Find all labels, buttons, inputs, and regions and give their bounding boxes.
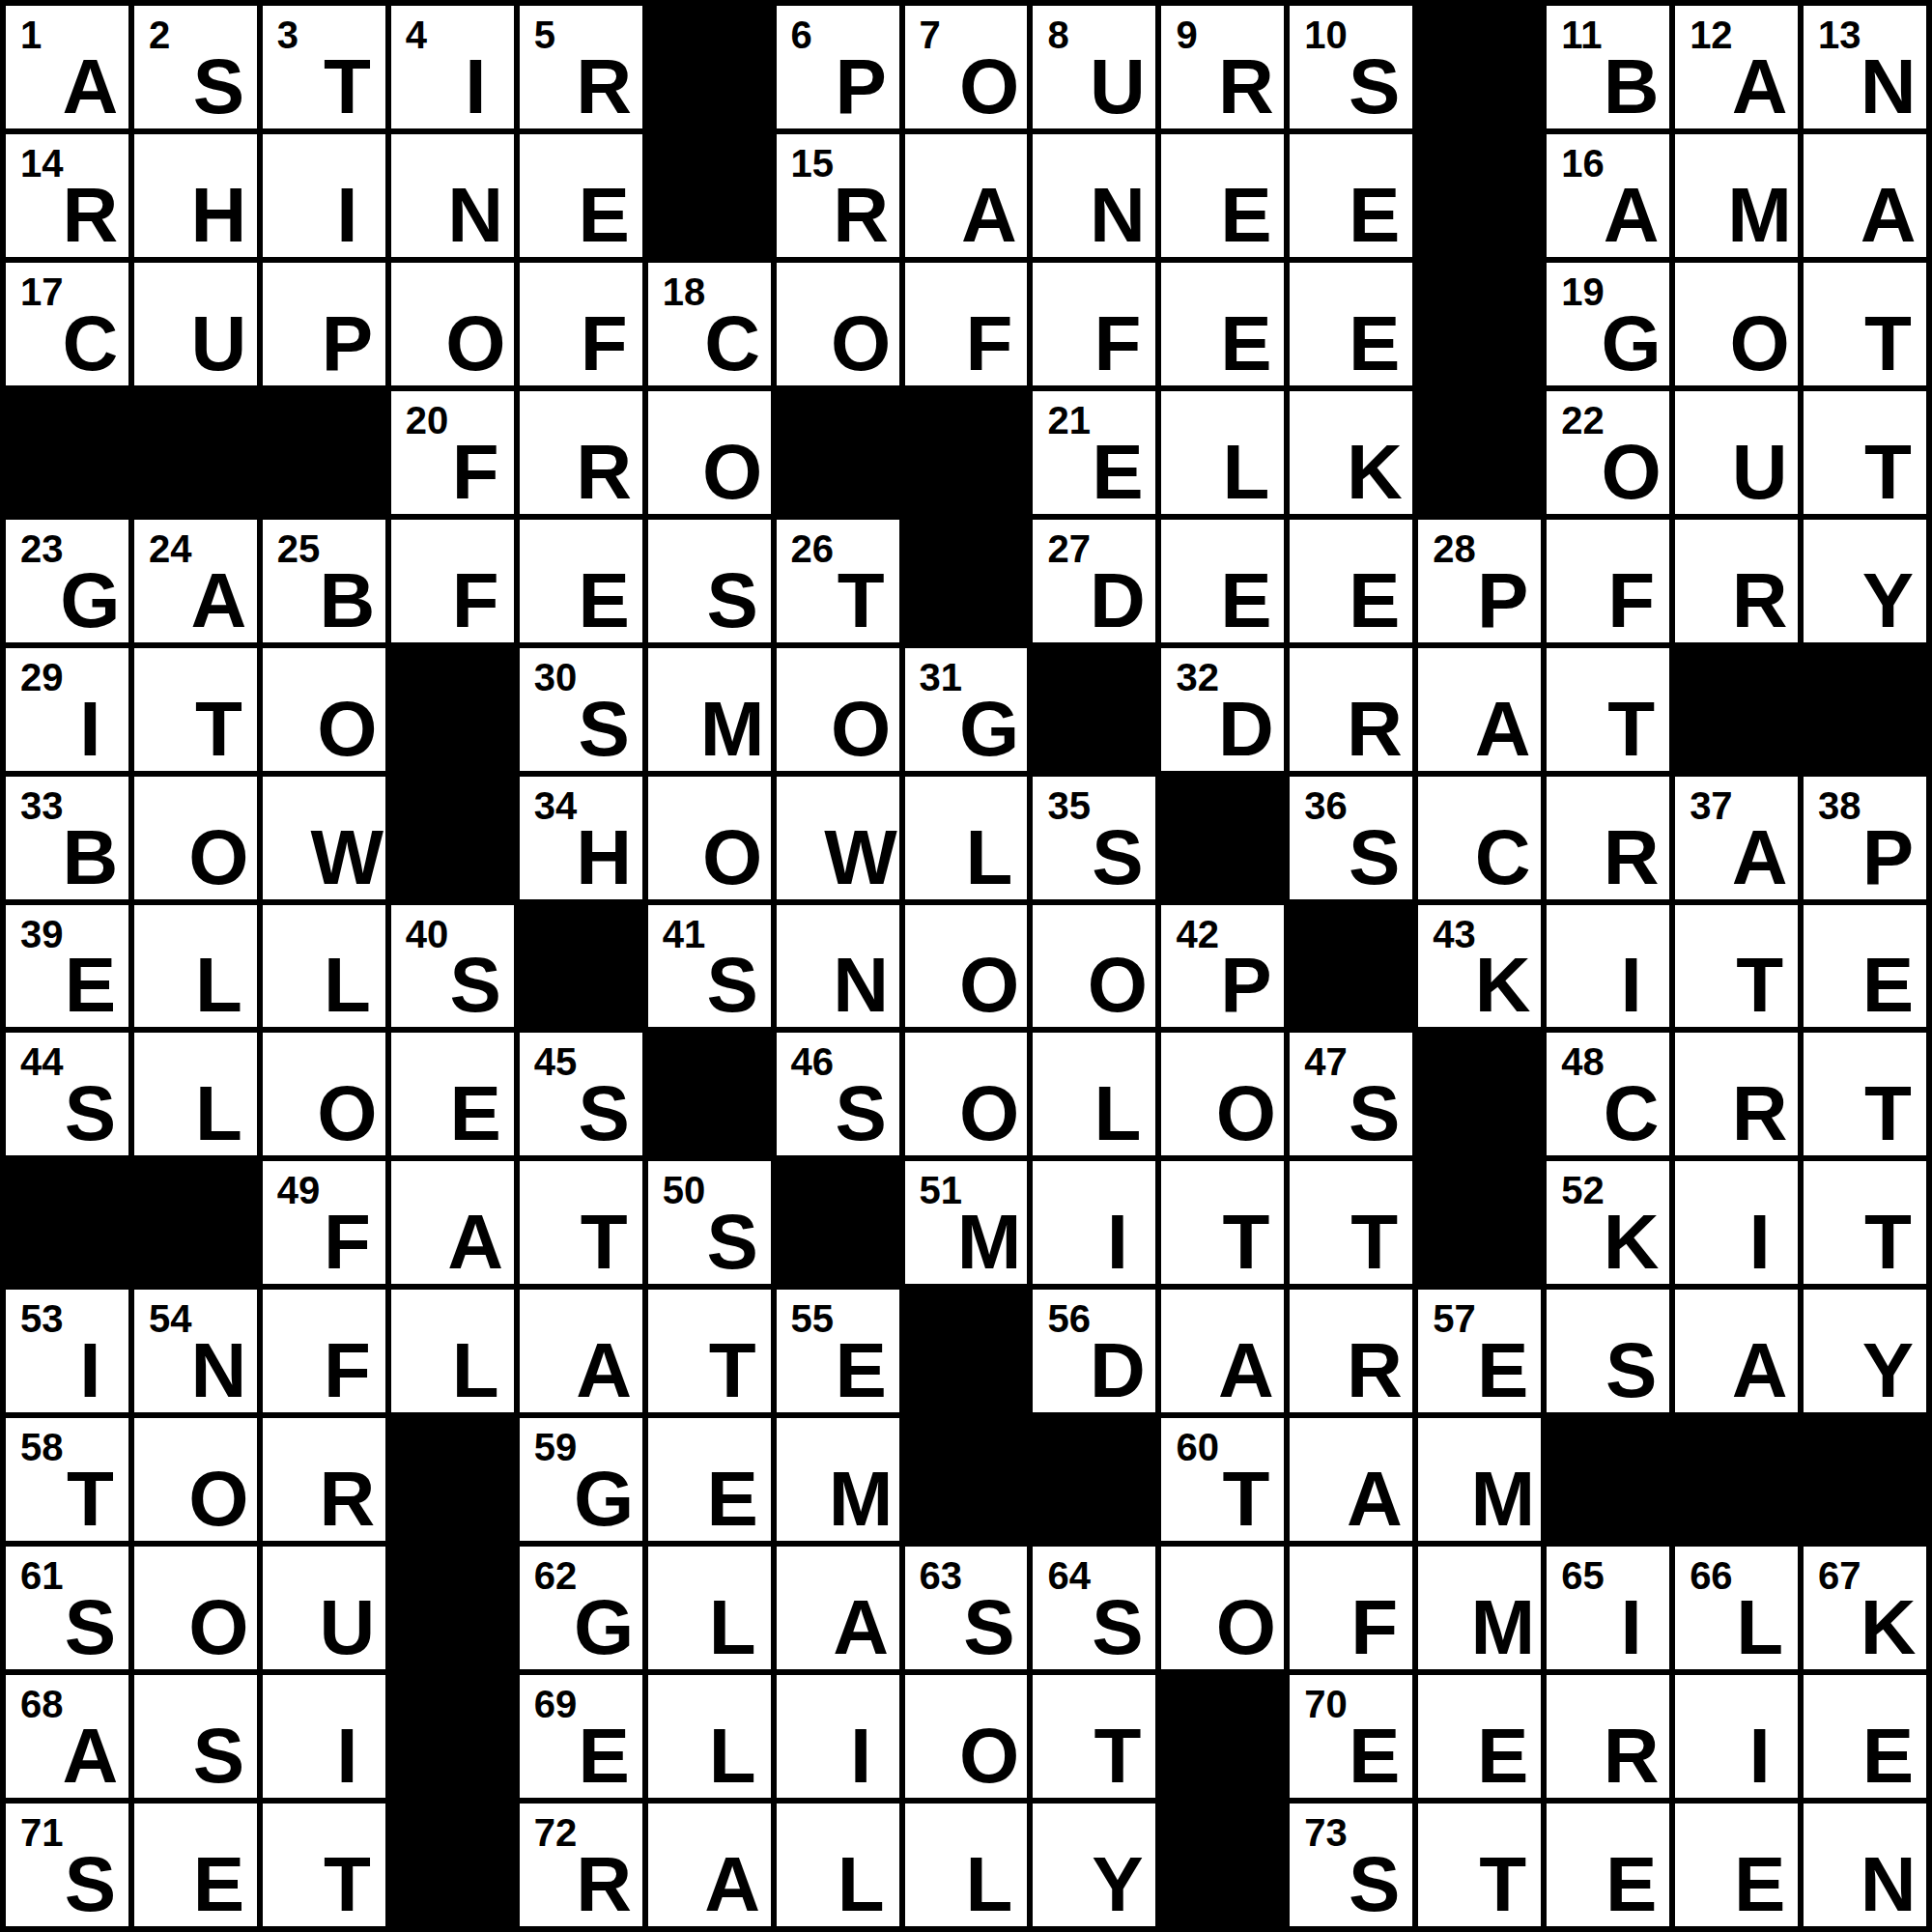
letter-cell[interactable]: O — [1158, 1030, 1287, 1158]
letter-cell[interactable]: H — [131, 131, 260, 260]
letter-cell[interactable]: O — [131, 1544, 260, 1672]
letter-cell[interactable]: I — [1672, 1672, 1801, 1801]
letter-cell[interactable]: 1A — [3, 3, 131, 131]
cell-letter: E — [1827, 1718, 1932, 1795]
block-cell — [388, 1801, 517, 1929]
letter-cell[interactable]: 14R — [3, 131, 131, 260]
letter-cell[interactable]: 32D — [1158, 645, 1287, 774]
cell-letter: K — [1827, 1589, 1932, 1666]
letter-cell[interactable]: 2S — [131, 3, 260, 131]
block-cell — [902, 388, 1031, 517]
letter-cell[interactable]: U — [260, 1544, 388, 1672]
block-cell — [1158, 1672, 1287, 1801]
letter-cell[interactable]: 54N — [131, 1287, 260, 1415]
block-cell — [3, 1158, 131, 1287]
letter-cell[interactable]: T — [1801, 388, 1929, 517]
letter-cell[interactable]: 51M — [902, 1158, 1031, 1287]
block-cell — [260, 388, 388, 517]
letter-cell[interactable]: T — [1801, 260, 1929, 388]
letter-cell[interactable]: E — [1158, 517, 1287, 645]
block-cell — [3, 388, 131, 517]
block-cell — [1415, 1030, 1544, 1158]
letter-cell[interactable]: 36S — [1287, 774, 1415, 902]
letter-cell[interactable]: O — [1030, 902, 1158, 1031]
letter-cell[interactable]: A — [774, 1544, 902, 1672]
letter-cell[interactable]: I — [774, 1672, 902, 1801]
letter-cell[interactable]: 9R — [1158, 3, 1287, 131]
block-cell — [645, 1030, 774, 1158]
letter-cell[interactable]: E — [1415, 1672, 1544, 1801]
letter-cell[interactable]: T — [260, 1801, 388, 1929]
letter-cell[interactable]: 67K — [1801, 1544, 1929, 1672]
cell-letter: Y — [1827, 1332, 1932, 1409]
block-cell — [774, 388, 902, 517]
letter-cell[interactable]: L — [131, 1030, 260, 1158]
letter-cell[interactable]: 71S — [3, 1801, 131, 1929]
letter-cell[interactable]: 12A — [1672, 3, 1801, 131]
letter-cell[interactable]: A — [1415, 645, 1544, 774]
letter-cell[interactable]: L — [645, 1672, 774, 1801]
letter-cell[interactable]: M — [645, 645, 774, 774]
letter-cell[interactable]: Y — [1801, 1287, 1929, 1415]
letter-cell[interactable]: 16A — [1544, 131, 1672, 260]
block-cell — [1415, 3, 1544, 131]
letter-cell[interactable]: U — [131, 260, 260, 388]
cell-letter: A — [1827, 177, 1932, 254]
letter-cell[interactable]: 44S — [3, 1030, 131, 1158]
letter-cell[interactable]: F — [1287, 1544, 1415, 1672]
letter-cell[interactable]: 31G — [902, 645, 1031, 774]
letter-cell[interactable]: R — [1287, 1287, 1415, 1415]
letter-cell[interactable]: E — [1287, 131, 1415, 260]
letter-cell[interactable]: 72R — [517, 1801, 645, 1929]
letter-cell[interactable]: 60T — [1158, 1415, 1287, 1544]
letter-cell[interactable]: N — [1801, 1801, 1929, 1929]
letter-cell[interactable]: 62G — [517, 1544, 645, 1672]
letter-cell[interactable]: P — [260, 260, 388, 388]
letter-cell[interactable]: A — [1672, 1287, 1801, 1415]
letter-cell[interactable]: A — [645, 1801, 774, 1929]
letter-cell[interactable]: 23G — [3, 517, 131, 645]
letter-cell[interactable]: S — [645, 517, 774, 645]
letter-cell[interactable]: 68A — [3, 1672, 131, 1801]
letter-cell[interactable]: I — [1672, 1158, 1801, 1287]
letter-cell[interactable]: 21E — [1030, 388, 1158, 517]
letter-cell[interactable]: E — [388, 1030, 517, 1158]
letter-cell[interactable]: O — [774, 645, 902, 774]
letter-cell[interactable]: 26T — [774, 517, 902, 645]
block-cell — [1158, 1801, 1287, 1929]
letter-cell[interactable]: E — [1158, 131, 1287, 260]
letter-cell[interactable]: 25B — [260, 517, 388, 645]
block-cell — [902, 1415, 1031, 1544]
letter-cell[interactable]: T — [645, 1287, 774, 1415]
letter-cell[interactable]: I — [1544, 902, 1672, 1031]
letter-cell[interactable]: A — [517, 1287, 645, 1415]
letter-cell[interactable]: E — [1672, 1801, 1801, 1929]
letter-cell[interactable]: O — [260, 645, 388, 774]
block-cell — [1415, 388, 1544, 517]
letter-cell[interactable]: R — [1544, 774, 1672, 902]
letter-cell[interactable]: 48C — [1544, 1030, 1672, 1158]
letter-cell[interactable]: 49F — [260, 1158, 388, 1287]
block-cell — [388, 1544, 517, 1672]
letter-cell[interactable]: T — [1801, 1158, 1929, 1287]
cell-letter: Y — [1827, 562, 1932, 639]
letter-cell[interactable]: O — [902, 902, 1031, 1031]
letter-cell[interactable]: 61S — [3, 1544, 131, 1672]
letter-cell[interactable]: O — [902, 1030, 1031, 1158]
letter-cell[interactable]: O — [645, 388, 774, 517]
block-cell — [1287, 902, 1415, 1031]
block-cell — [131, 1158, 260, 1287]
block-cell — [388, 774, 517, 902]
block-cell — [1030, 645, 1158, 774]
letter-cell[interactable]: O — [131, 1415, 260, 1544]
block-cell — [1158, 774, 1287, 902]
cell-letter: N — [1827, 1846, 1932, 1923]
block-cell — [645, 3, 774, 131]
letter-cell[interactable]: L — [902, 1801, 1031, 1929]
letter-cell[interactable]: E — [517, 131, 645, 260]
crossword-grid: 1A2S3T4I5R6P7O8U9R10S11B12A13N14RHINE15R… — [0, 0, 1932, 1932]
block-cell — [1030, 1415, 1158, 1544]
letter-cell[interactable]: 50S — [645, 1158, 774, 1287]
letter-cell[interactable]: 13N — [1801, 3, 1929, 131]
letter-cell[interactable]: 29I — [3, 645, 131, 774]
block-cell — [1415, 1158, 1544, 1287]
letter-cell[interactable]: E — [1801, 1672, 1929, 1801]
letter-cell[interactable]: 69E — [517, 1672, 645, 1801]
cell-letter: T — [1827, 1204, 1932, 1281]
block-cell — [1801, 1415, 1929, 1544]
letter-cell[interactable]: 43K — [1415, 902, 1544, 1031]
letter-cell[interactable]: L — [1030, 1030, 1158, 1158]
letter-cell[interactable]: 10S — [1287, 3, 1415, 131]
block-cell — [517, 902, 645, 1031]
letter-cell[interactable]: Y — [1030, 1801, 1158, 1929]
cell-letter: T — [1827, 1075, 1932, 1152]
letter-cell[interactable]: 35S — [1030, 774, 1158, 902]
letter-cell[interactable]: E — [1801, 902, 1929, 1031]
letter-cell[interactable]: S — [131, 1672, 260, 1801]
letter-cell[interactable]: R — [1672, 1030, 1801, 1158]
letter-cell[interactable]: E — [1287, 517, 1415, 645]
letter-cell[interactable]: 63S — [902, 1544, 1031, 1672]
letter-cell[interactable]: Y — [1801, 517, 1929, 645]
letter-cell[interactable]: 20F — [388, 388, 517, 517]
letter-cell[interactable]: T — [1544, 645, 1672, 774]
letter-cell[interactable]: 56D — [1030, 1287, 1158, 1415]
block-cell — [1672, 645, 1801, 774]
letter-cell[interactable]: 64S — [1030, 1544, 1158, 1672]
letter-cell[interactable]: N — [388, 131, 517, 260]
letter-cell[interactable]: 47S — [1287, 1030, 1415, 1158]
letter-cell[interactable]: 17C — [3, 260, 131, 388]
letter-cell[interactable]: L — [388, 1287, 517, 1415]
letter-cell[interactable]: M — [1672, 131, 1801, 260]
letter-cell[interactable]: L — [131, 902, 260, 1031]
letter-cell[interactable]: 4I — [388, 3, 517, 131]
letter-cell[interactable]: 70E — [1287, 1672, 1415, 1801]
letter-cell[interactable]: 45S — [517, 1030, 645, 1158]
letter-cell[interactable]: 59G — [517, 1415, 645, 1544]
cell-letter: T — [1827, 305, 1932, 383]
letter-cell[interactable]: 42P — [1158, 902, 1287, 1031]
block-cell — [388, 645, 517, 774]
cell-letter: E — [1827, 947, 1932, 1024]
letter-cell[interactable]: M — [1415, 1544, 1544, 1672]
letter-cell[interactable]: 57E — [1415, 1287, 1544, 1415]
letter-cell[interactable]: N — [774, 902, 902, 1031]
block-cell — [388, 1672, 517, 1801]
letter-cell[interactable]: O — [774, 260, 902, 388]
block-cell — [1415, 131, 1544, 260]
block-cell — [388, 1415, 517, 1544]
letter-cell[interactable]: T — [1158, 1158, 1287, 1287]
letter-cell[interactable]: T — [1415, 1801, 1544, 1929]
letter-cell[interactable]: F — [517, 260, 645, 388]
letter-cell[interactable]: 38P — [1801, 774, 1929, 902]
letter-cell[interactable]: A — [1287, 1415, 1415, 1544]
letter-cell[interactable]: 28P — [1415, 517, 1544, 645]
letter-cell[interactable]: T — [1801, 1030, 1929, 1158]
letter-cell[interactable]: A — [902, 131, 1031, 260]
letter-cell[interactable]: E — [131, 1801, 260, 1929]
letter-cell[interactable]: 30S — [517, 645, 645, 774]
letter-cell[interactable]: 33B — [3, 774, 131, 902]
letter-cell[interactable]: 73S — [1287, 1801, 1415, 1929]
letter-cell[interactable]: F — [388, 517, 517, 645]
letter-cell[interactable]: I — [1030, 1158, 1158, 1287]
letter-cell[interactable]: 58T — [3, 1415, 131, 1544]
letter-cell[interactable]: 39E — [3, 902, 131, 1031]
cell-letter: T — [1827, 434, 1932, 511]
cell-letter: N — [1827, 48, 1932, 126]
letter-cell[interactable]: O — [1158, 1544, 1287, 1672]
letter-cell[interactable]: O — [902, 1672, 1031, 1801]
letter-cell[interactable]: E — [1287, 260, 1415, 388]
letter-cell[interactable]: E — [645, 1415, 774, 1544]
letter-cell[interactable]: S — [1544, 1287, 1672, 1415]
letter-cell[interactable]: T — [517, 1158, 645, 1287]
block-cell — [1801, 645, 1929, 774]
letter-cell[interactable]: 65I — [1544, 1544, 1672, 1672]
letter-cell[interactable]: 66L — [1672, 1544, 1801, 1672]
letter-cell[interactable]: A — [1801, 131, 1929, 260]
letter-cell[interactable]: T — [1287, 1158, 1415, 1287]
block-cell — [1544, 1415, 1672, 1544]
letter-cell[interactable]: O — [645, 774, 774, 902]
letter-cell[interactable]: L — [1158, 388, 1287, 517]
letter-cell[interactable]: 41S — [645, 902, 774, 1031]
letter-cell[interactable]: 34H — [517, 774, 645, 902]
letter-cell[interactable]: R — [517, 388, 645, 517]
letter-cell[interactable]: L — [774, 1801, 902, 1929]
letter-cell[interactable]: 8U — [1030, 3, 1158, 131]
block-cell — [645, 131, 774, 260]
letter-cell[interactable]: 18C — [645, 260, 774, 388]
letter-cell[interactable]: 7O — [902, 3, 1031, 131]
block-cell — [1672, 1415, 1801, 1544]
letter-cell[interactable]: F — [1544, 517, 1672, 645]
letter-cell[interactable]: T — [131, 645, 260, 774]
letter-cell[interactable]: 11B — [1544, 3, 1672, 131]
letter-cell[interactable]: 53I — [3, 1287, 131, 1415]
letter-cell[interactable]: O — [131, 774, 260, 902]
letter-cell[interactable]: L — [645, 1544, 774, 1672]
block-cell — [1415, 260, 1544, 388]
letter-cell[interactable]: R — [1287, 645, 1415, 774]
letter-cell[interactable]: 27D — [1030, 517, 1158, 645]
letter-cell[interactable]: F — [260, 1287, 388, 1415]
letter-cell[interactable]: 3T — [260, 3, 388, 131]
letter-cell[interactable]: M — [774, 1415, 902, 1544]
letter-cell[interactable]: 55E — [774, 1287, 902, 1415]
letter-cell[interactable]: T — [1672, 902, 1801, 1031]
letter-cell[interactable]: O — [388, 260, 517, 388]
block-cell — [902, 517, 1031, 645]
cell-letter: P — [1827, 819, 1932, 896]
letter-cell[interactable]: 52K — [1544, 1158, 1672, 1287]
letter-cell[interactable]: U — [1672, 388, 1801, 517]
letter-cell[interactable]: L — [260, 902, 388, 1031]
letter-cell[interactable]: W — [260, 774, 388, 902]
letter-cell[interactable]: A — [388, 1158, 517, 1287]
letter-cell[interactable]: 6P — [774, 3, 902, 131]
letter-cell[interactable]: A — [1158, 1287, 1287, 1415]
letter-cell[interactable]: F — [902, 260, 1031, 388]
letter-cell[interactable]: N — [1030, 131, 1158, 260]
block-cell — [902, 1287, 1031, 1415]
letter-cell[interactable]: 5R — [517, 3, 645, 131]
letter-cell[interactable]: E — [1544, 1801, 1672, 1929]
letter-cell[interactable]: 24A — [131, 517, 260, 645]
letter-cell[interactable]: I — [260, 131, 388, 260]
letter-cell[interactable]: R — [260, 1415, 388, 1544]
letter-cell[interactable]: 15R — [774, 131, 902, 260]
letter-cell[interactable]: R — [1544, 1672, 1672, 1801]
block-cell — [774, 1158, 902, 1287]
letter-cell[interactable]: 46S — [774, 1030, 902, 1158]
letter-cell[interactable]: 19G — [1544, 260, 1672, 388]
letter-cell[interactable]: 37A — [1672, 774, 1801, 902]
letter-cell[interactable]: M — [1415, 1415, 1544, 1544]
letter-cell[interactable]: T — [1030, 1672, 1158, 1801]
letter-cell[interactable]: R — [1672, 517, 1801, 645]
letter-cell[interactable]: E — [517, 517, 645, 645]
letter-cell[interactable]: K — [1287, 388, 1415, 517]
letter-cell[interactable]: C — [1415, 774, 1544, 902]
letter-cell[interactable]: O — [260, 1030, 388, 1158]
letter-cell[interactable]: E — [1158, 260, 1287, 388]
letter-cell[interactable]: W — [774, 774, 902, 902]
letter-cell[interactable]: 22O — [1544, 388, 1672, 517]
letter-cell[interactable]: L — [902, 774, 1031, 902]
letter-cell[interactable]: O — [1672, 260, 1801, 388]
letter-cell[interactable]: I — [260, 1672, 388, 1801]
block-cell — [131, 388, 260, 517]
letter-cell[interactable]: F — [1030, 260, 1158, 388]
letter-cell[interactable]: 40S — [388, 902, 517, 1031]
